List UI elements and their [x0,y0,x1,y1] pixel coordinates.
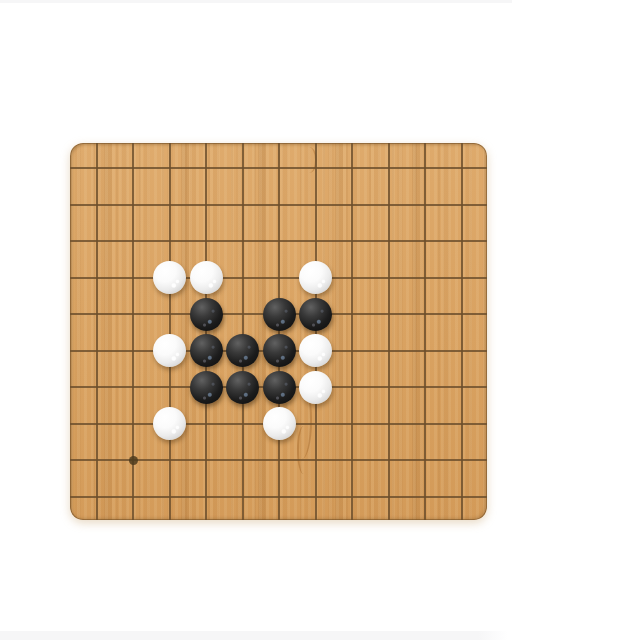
black-stone-glyph: ● [274,309,284,320]
white-stone-glyph: ○ [311,272,321,283]
grid-line-vertical [96,143,98,520]
white-stone-glyph: ○ [201,272,211,283]
black-stone[interactable]: ● [190,334,223,367]
white-stone[interactable]: ○ [299,261,332,294]
white-stone[interactable]: ○ [263,407,296,440]
white-stone[interactable]: ○ [153,261,186,294]
page-bottom-strip [0,631,508,640]
grid-line-horizontal [70,496,487,498]
black-stone-glyph: ● [201,345,211,356]
black-stone[interactable]: ● [190,298,223,331]
black-stone[interactable]: ● [190,371,223,404]
grid-line-vertical [351,143,353,520]
wood-grain-mark [297,426,310,474]
grid-line-horizontal [70,277,487,279]
grid-line-horizontal [70,167,487,169]
white-stone[interactable]: ○ [299,334,332,367]
white-stone[interactable]: ○ [153,334,186,367]
grid-line-horizontal [70,240,487,242]
grid-line-vertical [169,143,171,520]
black-stone[interactable]: ● [299,298,332,331]
grid-line-vertical [205,143,207,520]
black-stone-glyph: ● [311,309,321,320]
grid-line-horizontal [70,204,487,206]
white-stone-glyph: ○ [165,418,175,429]
black-stone[interactable]: ● [263,371,296,404]
white-stone-glyph: ○ [311,345,321,356]
black-stone-glyph: ● [274,382,284,393]
black-stone-glyph: ● [201,309,211,320]
black-stone[interactable]: ● [226,371,259,404]
white-stone[interactable]: ○ [299,371,332,404]
white-stone-glyph: ○ [274,418,284,429]
grid-line-vertical [461,143,463,520]
black-stone-glyph: ● [201,382,211,393]
black-stone[interactable]: ● [263,334,296,367]
grid-line-vertical [424,143,426,520]
page-top-strip [0,0,512,3]
grid-line-vertical [242,143,244,520]
black-stone-glyph: ● [274,345,284,356]
white-stone-glyph: ○ [165,272,175,283]
white-stone-glyph: ○ [165,345,175,356]
grid-line-vertical [388,143,390,520]
white-stone-glyph: ○ [311,382,321,393]
black-stone[interactable]: ● [226,334,259,367]
white-stone[interactable]: ○ [153,407,186,440]
go-board[interactable]: ○○○●●●○●●●○●●●○○○ [70,143,487,520]
grid-line-vertical [315,143,317,520]
black-stone-glyph: ● [238,345,248,356]
black-stone-glyph: ● [238,382,248,393]
star-point [129,456,138,465]
grid-line-vertical [278,143,280,520]
white-stone[interactable]: ○ [190,261,223,294]
black-stone[interactable]: ● [263,298,296,331]
